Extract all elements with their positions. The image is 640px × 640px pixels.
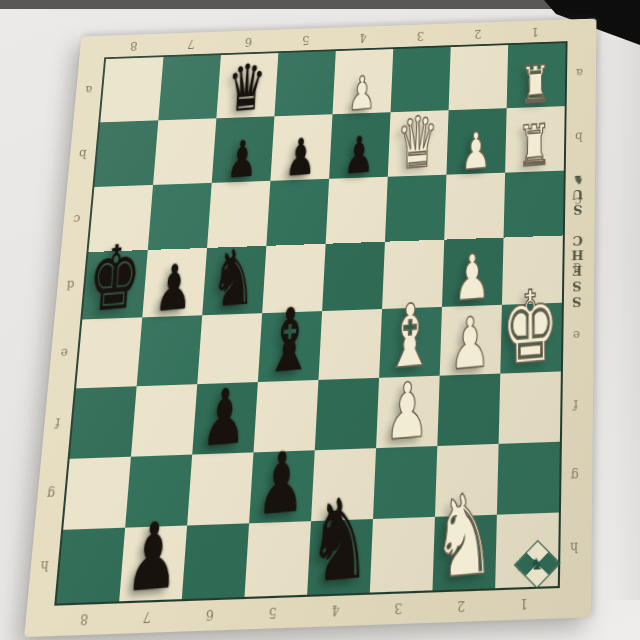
- square-h1[interactable]: ♞: [495, 513, 559, 588]
- piece-white-rook-b1[interactable]: ♜: [517, 118, 551, 174]
- coord-label-top-3: 3: [391, 24, 449, 48]
- us-chess-brand-letter: U: [573, 186, 584, 201]
- us-chess-corner-logo: ♞: [514, 540, 561, 588]
- piece-black-pawn-d7[interactable]: ♟: [154, 257, 194, 320]
- piece-black-king-d8[interactable]: ♚: [86, 234, 143, 323]
- piece-black-knight-h4[interactable]: ♞: [306, 486, 372, 599]
- square-d8[interactable]: ♚: [82, 250, 147, 319]
- table-surface-shading: [604, 40, 640, 600]
- piece-white-pawn-f3[interactable]: ♟: [384, 374, 429, 451]
- us-chess-emblem-icon: ♞: [573, 174, 585, 187]
- square-h7[interactable]: ♟: [119, 526, 187, 602]
- square-h8[interactable]: [56, 528, 125, 604]
- piece-white-pawn-d2[interactable]: ♟: [454, 247, 491, 310]
- square-c4[interactable]: [326, 176, 388, 244]
- piece-black-knight-d6[interactable]: ♞: [209, 241, 258, 318]
- square-h5[interactable]: [244, 521, 311, 596]
- square-h6[interactable]: [182, 524, 249, 600]
- coord-label-top-7: 7: [162, 32, 221, 56]
- piece-black-bishop-e5[interactable]: ♝: [263, 298, 316, 385]
- piece-black-pawn-b4[interactable]: ♟: [343, 130, 374, 180]
- square-d7[interactable]: ♟: [142, 248, 207, 317]
- square-a5[interactable]: [274, 51, 335, 116]
- us-chess-brand: ♞ US CHESS: [563, 173, 592, 309]
- coord-label-right-f: f: [558, 368, 593, 439]
- piece-black-pawn-b6[interactable]: ♟: [226, 134, 258, 184]
- square-b1[interactable]: ♜: [505, 106, 565, 172]
- square-e7[interactable]: [137, 315, 203, 386]
- coord-label-right-a: a: [563, 40, 596, 104]
- square-b3[interactable]: ♛: [388, 110, 449, 176]
- square-b5[interactable]: ♟: [270, 114, 332, 180]
- square-e5[interactable]: ♝: [258, 311, 322, 382]
- corner-logo-knight-icon: ♞: [530, 556, 544, 573]
- square-b6[interactable]: ♟: [212, 116, 275, 182]
- us-chess-brand-letter: E: [572, 262, 582, 278]
- square-f4[interactable]: [315, 378, 379, 450]
- square-b8[interactable]: [94, 120, 158, 186]
- square-b2[interactable]: ♟: [446, 108, 506, 174]
- coord-label-bottom-8: 8: [51, 601, 117, 636]
- coord-label-top-1: 1: [506, 20, 564, 44]
- piece-white-queen-b3[interactable]: ♛: [396, 108, 439, 179]
- coord-label-bottom-1: 1: [492, 586, 555, 621]
- us-chess-brand-letter: S: [573, 201, 582, 216]
- square-h2[interactable]: ♞: [432, 515, 496, 590]
- photo-top-edge-shadow: [0, 0, 640, 9]
- us-chess-brand-letter: S: [572, 278, 582, 294]
- coord-label-bottom-5: 5: [240, 595, 305, 630]
- square-e4[interactable]: [318, 309, 382, 380]
- coord-label-bottom-6: 6: [177, 597, 242, 632]
- square-h3[interactable]: [370, 517, 435, 592]
- piece-white-rook-a1[interactable]: ♜: [520, 60, 551, 111]
- square-c7[interactable]: [148, 182, 212, 250]
- coord-label-right-b: b: [562, 103, 596, 168]
- square-f8[interactable]: [70, 386, 137, 458]
- square-d4[interactable]: [322, 242, 385, 311]
- piece-white-knight-h2[interactable]: ♞: [432, 482, 496, 595]
- coord-label-top-8: 8: [104, 34, 163, 58]
- square-d2[interactable]: ♟: [442, 238, 504, 307]
- coord-label-bottom-3: 3: [366, 590, 430, 625]
- square-a2[interactable]: [449, 45, 509, 110]
- coord-label-top-6: 6: [219, 30, 278, 54]
- piece-black-queen-a6[interactable]: ♛: [226, 57, 267, 120]
- square-c2[interactable]: [444, 172, 505, 240]
- coord-label-top-5: 5: [277, 28, 336, 52]
- piece-white-king-e1[interactable]: ♚: [502, 278, 560, 377]
- us-chess-brand-letter: [575, 216, 580, 231]
- square-a6[interactable]: ♛: [216, 53, 278, 118]
- square-e1[interactable]: ♚: [500, 303, 562, 374]
- square-g8[interactable]: [63, 456, 131, 530]
- square-a1[interactable]: ♜: [507, 43, 566, 108]
- piece-black-pawn-g5[interactable]: ♟: [256, 443, 307, 527]
- square-f6[interactable]: ♟: [192, 382, 258, 454]
- square-d6[interactable]: ♞: [202, 246, 266, 315]
- piece-white-pawn-e2[interactable]: ♟: [449, 308, 490, 378]
- square-e2[interactable]: ♟: [440, 305, 502, 376]
- piece-black-pawn-h7[interactable]: ♟: [124, 512, 181, 605]
- square-c3[interactable]: [385, 174, 447, 242]
- coord-label-right-g: g: [557, 438, 593, 511]
- square-g6[interactable]: [187, 452, 253, 526]
- coord-label-top-2: 2: [449, 22, 507, 46]
- square-h4[interactable]: ♞: [307, 519, 373, 594]
- piece-white-pawn-b2[interactable]: ♟: [461, 126, 491, 176]
- square-a4[interactable]: ♟: [332, 49, 393, 114]
- square-g3[interactable]: [373, 445, 437, 519]
- square-c1[interactable]: [504, 170, 564, 238]
- us-chess-brand-letter: C: [572, 231, 582, 247]
- piece-white-pawn-a4[interactable]: ♟: [348, 70, 377, 116]
- piece-black-pawn-f6[interactable]: ♟: [201, 380, 248, 457]
- square-b7[interactable]: [153, 118, 216, 184]
- square-g5[interactable]: ♟: [249, 450, 315, 524]
- us-chess-brand-letter: S: [572, 293, 582, 309]
- us-chess-brand-letter: H: [571, 247, 583, 263]
- square-a7[interactable]: [158, 55, 221, 120]
- square-c5[interactable]: [266, 178, 329, 246]
- square-a8[interactable]: [100, 57, 163, 122]
- square-b4[interactable]: ♟: [329, 112, 390, 178]
- square-f3[interactable]: ♟: [376, 375, 440, 447]
- coord-label-top-4: 4: [334, 26, 392, 50]
- chess-board: 87654321 87654321 abcdefgh abcdefgh ♞ US…: [24, 19, 596, 638]
- square-g1[interactable]: [497, 441, 560, 515]
- coord-label-right-h: h: [556, 510, 592, 584]
- coord-label-right-e: e: [559, 300, 594, 370]
- file-labels-right: abcdefgh: [556, 40, 597, 584]
- playing-area: ♛♟♜♟♟♟♛♟♜♚♟♞♟♝♝♟♚♟♟♟♟♞♞♞: [54, 41, 567, 606]
- square-f7[interactable]: [131, 384, 197, 456]
- piece-black-pawn-b5[interactable]: ♟: [285, 132, 317, 182]
